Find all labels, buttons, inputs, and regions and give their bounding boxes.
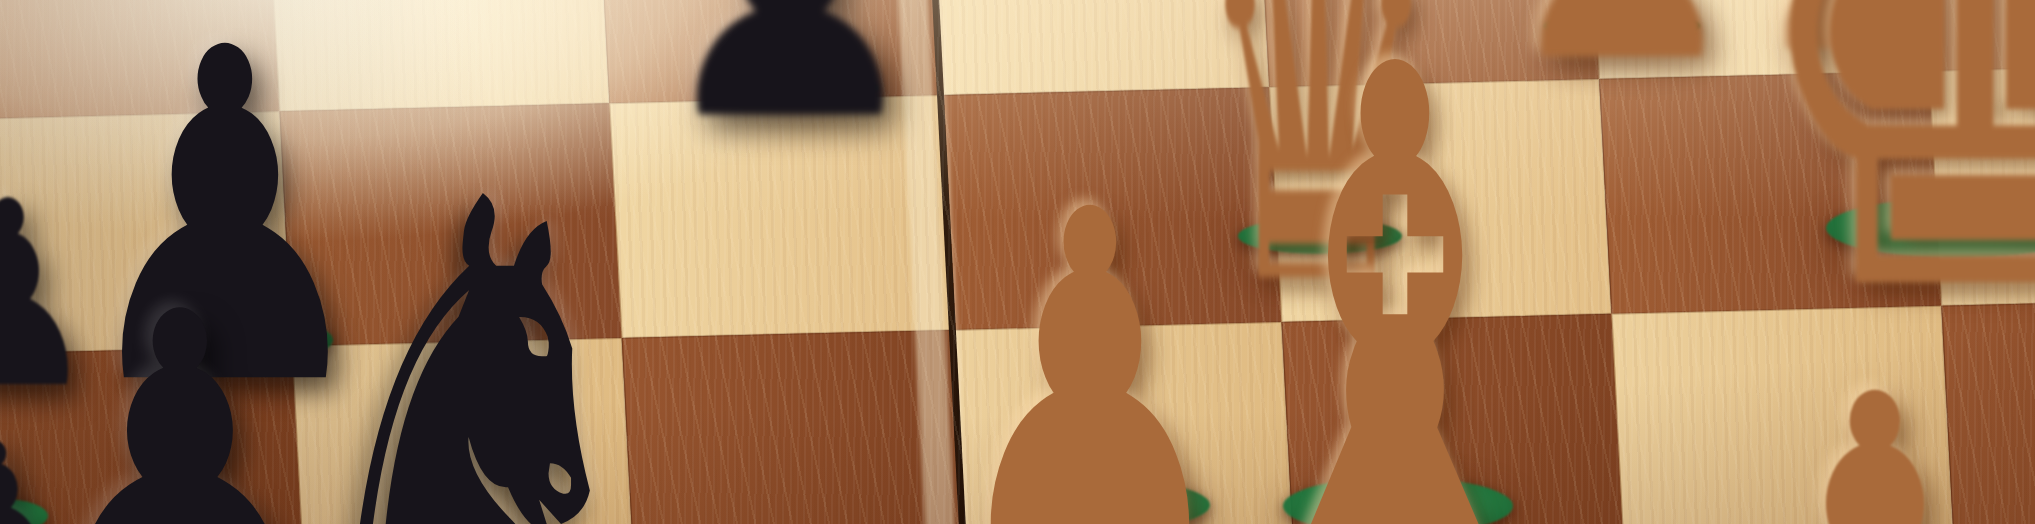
- black-knight-c4[interactable]: ♞: [282, 122, 658, 524]
- chessboard-photo: ♟♟♟♟♞♟♟♝♛♟♟♚♟: [0, 0, 2035, 524]
- white-pawn-e4[interactable]: ♟: [942, 150, 1239, 524]
- white-bishop-f4[interactable]: ♝: [1203, 0, 1587, 524]
- black-pawn-d6[interactable]: ♟: [651, 0, 929, 162]
- white-pawn-g4[interactable]: ♟: [1733, 344, 2016, 524]
